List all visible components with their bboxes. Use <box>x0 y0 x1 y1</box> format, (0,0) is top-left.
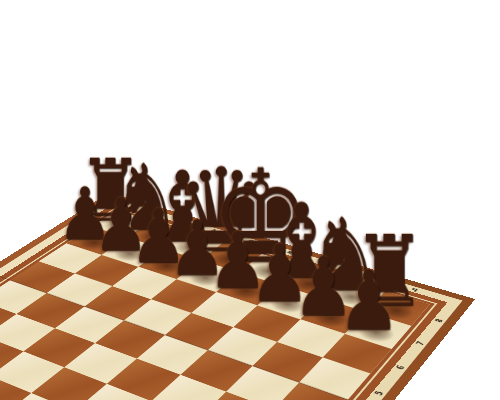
square-g4[interactable] <box>226 366 299 400</box>
piece-pawn-h7[interactable]: ♟ <box>337 262 400 340</box>
board-scene: ♜♞♝♛♚♝♞♜♟♟♟♟♟♟♟♟ 87654321abcdefgh <box>0 0 500 400</box>
rank-label-6: 6 <box>392 363 409 373</box>
chess-board: ♜♞♝♛♚♝♞♜♟♟♟♟♟♟♟♟ 87654321abcdefgh <box>0 193 475 400</box>
rank-label-5: 5 <box>371 388 388 399</box>
photo-background: ♜♞♝♛♚♝♞♜♟♟♟♟♟♟♟♟ 87654321abcdefgh <box>0 0 500 400</box>
rank-label-8: 8 <box>431 316 447 325</box>
board-squares: ♜♞♝♛♚♝♞♜♟♟♟♟♟♟♟♟ <box>0 211 430 400</box>
rank-label-7: 7 <box>412 339 428 348</box>
